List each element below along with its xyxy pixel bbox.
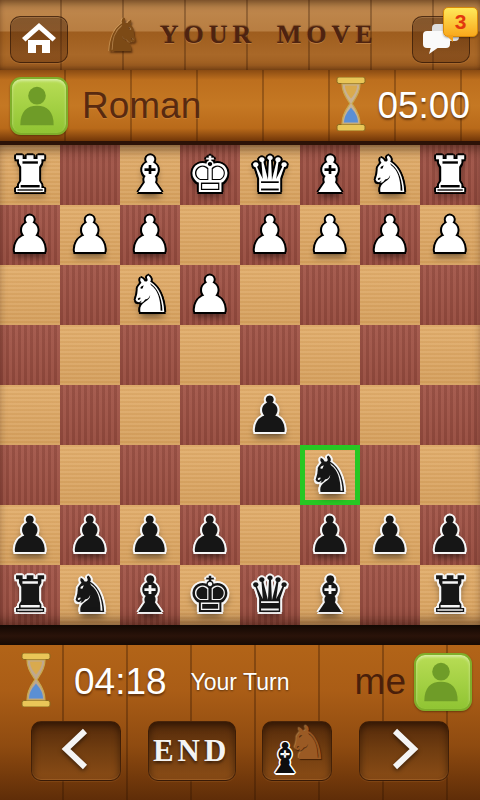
square-h6[interactable] [0,445,60,505]
white-pawn: ♟ [308,206,353,264]
white-bishop: ♝ [128,146,173,204]
chess-app-screen: ♞ YOUR MOVE 3 Roman [0,0,480,800]
square-a7[interactable]: ♟ [420,505,480,565]
black-queen: ♛ [248,566,293,624]
square-h3[interactable] [0,265,60,325]
end-game-button[interactable]: END [148,721,236,781]
square-a8[interactable]: ♜ [420,565,480,625]
square-d7[interactable] [240,505,300,565]
chess-board: ♜♝♚♛♝♞♜♟♟♟♟♟♟♟♞♟♟♞♟♟♟♟♟♟♟♜♞♝♚♛♝♜ [0,145,480,625]
title-group: ♞ YOUR MOVE [0,0,480,70]
black-pawn: ♟ [8,506,53,564]
square-h7[interactable]: ♟ [0,505,60,565]
knight-statue-icon: ♞ [102,12,143,58]
square-d8[interactable]: ♛ [240,565,300,625]
white-knight: ♞ [128,266,173,324]
square-h4[interactable] [0,325,60,385]
white-king: ♚ [188,146,233,204]
black-pawn: ♟ [428,506,473,564]
my-identity-group: me [355,645,472,719]
black-knight: ♞ [308,446,353,504]
square-e5[interactable] [180,385,240,445]
black-pawn: ♟ [188,506,233,564]
my-clock: 04:18 [74,661,167,703]
title-bar: ♞ YOUR MOVE 3 [0,0,480,70]
square-d1[interactable]: ♛ [240,145,300,205]
square-f7[interactable]: ♟ [120,505,180,565]
control-buttons: END ♞ ♝ [0,721,480,781]
square-g6[interactable] [60,445,120,505]
black-rook: ♜ [428,566,473,624]
square-a1[interactable]: ♜ [420,145,480,205]
my-clock-group: 04:18 [20,653,167,711]
square-g4[interactable] [60,325,120,385]
black-bishop-icon: ♝ [266,736,304,782]
square-c8[interactable]: ♝ [300,565,360,625]
square-d5[interactable]: ♟ [240,385,300,445]
person-icon [416,691,466,708]
square-g7[interactable]: ♟ [60,505,120,565]
chevron-left-icon [56,726,96,776]
white-pawn: ♟ [428,206,473,264]
square-b4[interactable] [360,325,420,385]
square-c4[interactable] [300,325,360,385]
black-pawn: ♟ [68,506,113,564]
opponent-clock: 05:00 [377,85,470,127]
next-move-button[interactable] [359,721,449,781]
black-pawn: ♟ [128,506,173,564]
square-a5[interactable] [420,385,480,445]
white-knight: ♞ [368,146,413,204]
black-pawn: ♟ [368,506,413,564]
square-h8[interactable]: ♜ [0,565,60,625]
white-pawn: ♟ [188,266,233,324]
square-a3[interactable] [420,265,480,325]
square-b2[interactable]: ♟ [360,205,420,265]
square-g1[interactable] [60,145,120,205]
black-rook: ♜ [8,566,53,624]
square-e6[interactable] [180,445,240,505]
square-h5[interactable] [0,385,60,445]
square-a4[interactable] [420,325,480,385]
bottom-panel: 04:18 Your Turn me [0,645,480,800]
square-e2[interactable] [180,205,240,265]
square-b8[interactable] [360,565,420,625]
end-button-label: END [153,733,230,769]
black-king: ♚ [188,566,233,624]
page-title: YOUR MOVE [160,20,378,50]
square-g2[interactable]: ♟ [60,205,120,265]
home-button[interactable] [10,16,68,63]
chat-button[interactable]: 3 [412,16,470,63]
square-e8[interactable]: ♚ [180,565,240,625]
square-b6[interactable] [360,445,420,505]
white-rook: ♜ [428,146,473,204]
white-pawn: ♟ [68,206,113,264]
my-info-row: 04:18 Your Turn me [0,645,480,719]
square-e1[interactable]: ♚ [180,145,240,205]
square-d2[interactable]: ♟ [240,205,300,265]
square-c6[interactable]: ♞ [300,445,360,505]
square-a6[interactable] [420,445,480,505]
white-queen: ♛ [248,146,293,204]
home-icon [21,22,57,58]
white-pawn: ♟ [368,206,413,264]
square-e7[interactable]: ♟ [180,505,240,565]
black-bishop: ♝ [308,566,353,624]
white-pawn: ♟ [248,206,293,264]
hourglass-icon [20,653,52,711]
square-c1[interactable]: ♝ [300,145,360,205]
square-e4[interactable] [180,325,240,385]
black-pawn: ♟ [308,506,353,564]
my-avatar[interactable] [414,653,472,711]
previous-move-button[interactable] [31,721,121,781]
square-c2[interactable]: ♟ [300,205,360,265]
square-d6[interactable] [240,445,300,505]
square-b7[interactable]: ♟ [360,505,420,565]
square-f2[interactable]: ♟ [120,205,180,265]
square-f3[interactable]: ♞ [120,265,180,325]
square-f6[interactable] [120,445,180,505]
square-d3[interactable] [240,265,300,325]
hourglass-icon [335,77,367,135]
chat-unread-badge: 3 [443,7,478,37]
opponent-name: Roman [82,85,335,127]
square-h2[interactable]: ♟ [0,205,60,265]
my-name: me [355,661,406,703]
square-g3[interactable] [60,265,120,325]
square-b1[interactable]: ♞ [360,145,420,205]
square-h1[interactable]: ♜ [0,145,60,205]
square-g5[interactable] [60,385,120,445]
white-rook: ♜ [8,146,53,204]
chevron-right-icon [384,726,424,776]
square-g8[interactable]: ♞ [60,565,120,625]
square-f4[interactable] [120,325,180,385]
square-f8[interactable]: ♝ [120,565,180,625]
square-e3[interactable]: ♟ [180,265,240,325]
person-icon [12,115,62,132]
turn-status: Your Turn [191,669,290,696]
separator [0,625,480,645]
white-bishop: ♝ [308,146,353,204]
square-d4[interactable] [240,325,300,385]
square-c5[interactable] [300,385,360,445]
white-pawn: ♟ [8,206,53,264]
opponent-bar: Roman 05:00 [0,70,480,141]
black-knight: ♞ [68,566,113,624]
black-pawn: ♟ [248,386,293,444]
square-c7[interactable]: ♟ [300,505,360,565]
opponent-avatar[interactable] [10,77,68,135]
square-b3[interactable] [360,265,420,325]
captured-pieces-button[interactable]: ♞ ♝ [262,721,332,781]
black-bishop: ♝ [128,566,173,624]
square-b5[interactable] [360,385,420,445]
bishop-and-knight-icon: ♞ ♝ [266,722,328,780]
square-a2[interactable]: ♟ [420,205,480,265]
square-f1[interactable]: ♝ [120,145,180,205]
square-c3[interactable] [300,265,360,325]
white-pawn: ♟ [128,206,173,264]
square-f5[interactable] [120,385,180,445]
